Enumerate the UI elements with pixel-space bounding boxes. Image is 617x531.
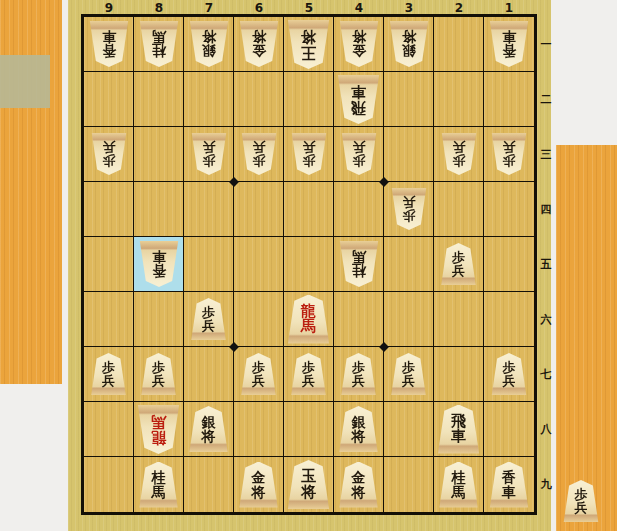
square-3-2[interactable] (384, 72, 434, 127)
piece-kanji: 歩 (302, 361, 315, 374)
square-8-5[interactable]: 香車 (134, 237, 184, 292)
square-4-6[interactable] (334, 292, 384, 347)
square-3-1[interactable]: 銀将 (384, 17, 434, 72)
piece-kanji: 香 (502, 470, 516, 484)
piece-kanji: 兵 (352, 374, 365, 387)
square-5-4[interactable] (284, 182, 334, 237)
sente-hand-tray[interactable] (556, 145, 617, 531)
square-1-2[interactable] (484, 72, 534, 127)
piece-kanji: 兵 (202, 141, 215, 154)
square-8-6[interactable] (134, 292, 184, 347)
square-1-4[interactable] (484, 182, 534, 237)
piece-kanji: 歩 (452, 251, 465, 264)
sente-gold[interactable]: 金将 (339, 462, 379, 508)
piece-kanji: 桂 (452, 470, 466, 484)
piece-kanji: 香 (502, 44, 516, 58)
sente-pawn[interactable]: 歩兵 (241, 353, 277, 395)
gote-rook[interactable]: 飛車 (337, 75, 380, 124)
square-7-5[interactable] (184, 237, 234, 292)
sente-knight[interactable]: 桂馬 (139, 462, 179, 508)
piece-kanji: 歩 (503, 361, 516, 374)
piece-kanji: 歩 (352, 154, 365, 167)
piece-kanji: 歩 (352, 361, 365, 374)
square-9-9[interactable] (84, 457, 134, 512)
square-7-9[interactable] (184, 457, 234, 512)
piece-kanji: 香 (152, 264, 166, 278)
square-5-7[interactable]: 歩兵 (284, 347, 334, 402)
gote-pawn[interactable]: 歩兵 (341, 133, 377, 175)
piece-kanji: 将 (352, 429, 366, 443)
square-4-3[interactable]: 歩兵 (334, 127, 384, 182)
square-1-7[interactable]: 歩兵 (484, 347, 534, 402)
gote-gold[interactable]: 金将 (239, 21, 279, 67)
sente-pawn[interactable]: 歩兵 (141, 353, 177, 395)
square-6-1[interactable]: 金将 (234, 17, 284, 72)
piece-kanji: 歩 (102, 361, 115, 374)
square-9-2[interactable] (84, 72, 134, 127)
square-9-7[interactable]: 歩兵 (84, 347, 134, 402)
square-9-8[interactable] (84, 402, 134, 457)
piece-kanji: 桂 (352, 264, 366, 278)
square-5-1[interactable]: 王将 (284, 17, 334, 72)
gote-hand-tray[interactable] (0, 0, 62, 384)
piece-kanji: 兵 (152, 374, 165, 387)
square-4-4[interactable] (334, 182, 384, 237)
sente-silver[interactable]: 銀将 (189, 406, 229, 452)
gote-pawn[interactable]: 歩兵 (291, 133, 327, 175)
file-label-7: 7 (184, 1, 234, 15)
piece-kanji: 車 (152, 250, 166, 264)
piece-kanji: 車 (451, 429, 466, 444)
square-7-1[interactable]: 銀将 (184, 17, 234, 72)
piece-kanji: 兵 (402, 196, 415, 209)
sente-lance[interactable]: 香車 (489, 462, 529, 508)
square-5-3[interactable]: 歩兵 (284, 127, 334, 182)
piece-kanji: 将 (301, 485, 316, 500)
square-2-2[interactable] (434, 72, 484, 127)
piece-kanji: 兵 (302, 141, 315, 154)
piece-kanji: 銀 (202, 415, 216, 429)
gote-silver[interactable]: 銀将 (389, 21, 429, 67)
square-6-4[interactable] (234, 182, 284, 237)
piece-kanji: 将 (352, 485, 366, 499)
rank-label-1: 一 (538, 17, 554, 72)
piece-kanji: 歩 (503, 154, 516, 167)
piece-kanji: 将 (402, 30, 416, 44)
square-8-9[interactable]: 桂馬 (134, 457, 184, 512)
rank-label-9: 九 (538, 457, 554, 512)
square-1-5[interactable] (484, 237, 534, 292)
square-2-4[interactable] (434, 182, 484, 237)
shogi-board: 香車桂馬銀将金将王将金将銀将香車飛車歩兵歩兵歩兵歩兵歩兵歩兵歩兵歩兵香車桂馬歩兵… (81, 14, 537, 515)
square-7-6[interactable]: 歩兵 (184, 292, 234, 347)
square-9-4[interactable] (84, 182, 134, 237)
piece-kanji: 歩 (152, 361, 165, 374)
gote-king[interactable]: 王将 (287, 20, 330, 69)
square-3-3[interactable] (384, 127, 434, 182)
piece-kanji: 将 (301, 29, 316, 44)
piece-kanji: 歩 (302, 154, 315, 167)
piece-kanji: 金 (352, 470, 366, 484)
piece-kanji: 歩 (402, 361, 415, 374)
sente-knight[interactable]: 桂馬 (439, 462, 479, 508)
square-2-5[interactable]: 歩兵 (434, 237, 484, 292)
gote-pawn[interactable]: 歩兵 (241, 133, 277, 175)
piece-kanji: 金 (252, 44, 266, 58)
gote-gold[interactable]: 金将 (339, 21, 379, 67)
square-8-2[interactable] (134, 72, 184, 127)
square-6-2[interactable] (234, 72, 284, 127)
piece-kanji: 車 (102, 30, 116, 44)
piece-kanji: 歩 (252, 361, 265, 374)
square-5-5[interactable] (284, 237, 334, 292)
gote-pawn[interactable]: 歩兵 (191, 133, 227, 175)
sente-pawn[interactable]: 歩兵 (91, 353, 127, 395)
piece-kanji: 将 (252, 485, 266, 499)
gote-knight[interactable]: 桂馬 (339, 241, 379, 287)
piece-kanji: 兵 (252, 141, 265, 154)
square-8-4[interactable] (134, 182, 184, 237)
piece-kanji: 将 (202, 429, 216, 443)
square-2-1[interactable] (434, 17, 484, 72)
rank-label-2: 二 (538, 72, 554, 127)
piece-kanji: 歩 (252, 154, 265, 167)
square-1-3[interactable]: 歩兵 (484, 127, 534, 182)
gote-pawn[interactable]: 歩兵 (91, 133, 127, 175)
rank-label-7: 七 (538, 347, 554, 402)
piece-kanji: 桂 (152, 44, 166, 58)
piece-kanji: 将 (252, 30, 266, 44)
square-5-2[interactable] (284, 72, 334, 127)
shogi-app: 香車桂馬銀将金将王将金将銀将香車飛車歩兵歩兵歩兵歩兵歩兵歩兵歩兵歩兵香車桂馬歩兵… (0, 0, 617, 531)
square-9-1[interactable]: 香車 (84, 17, 134, 72)
gote-lance[interactable]: 香車 (489, 21, 529, 67)
piece-kanji: 馬 (452, 485, 466, 499)
piece-kanji: 兵 (352, 141, 365, 154)
piece-kanji: 車 (502, 30, 516, 44)
square-1-8[interactable] (484, 402, 534, 457)
square-4-7[interactable]: 歩兵 (334, 347, 384, 402)
rank-label-4: 四 (538, 182, 554, 237)
square-3-9[interactable] (384, 457, 434, 512)
rank-label-6: 六 (538, 292, 554, 347)
gote-knight[interactable]: 桂馬 (139, 21, 179, 67)
piece-kanji: 歩 (402, 209, 415, 222)
file-label-1: 1 (484, 1, 534, 15)
square-9-3[interactable]: 歩兵 (84, 127, 134, 182)
piece-kanji: 兵 (402, 374, 415, 387)
piece-kanji: 歩 (202, 154, 215, 167)
piece-kanji: 兵 (503, 374, 516, 387)
piece-kanji: 馬 (152, 485, 166, 499)
gote-pawn[interactable]: 歩兵 (441, 133, 477, 175)
sente-pawn[interactable]: 歩兵 (441, 243, 477, 285)
piece-kanji: 車 (351, 84, 366, 99)
sente-pawn[interactable]: 歩兵 (563, 480, 599, 522)
rank-label-3: 三 (538, 127, 554, 182)
piece-kanji: 龍 (151, 429, 166, 444)
file-label-6: 6 (234, 1, 284, 15)
sente-silver[interactable]: 銀将 (339, 406, 379, 452)
square-7-4[interactable] (184, 182, 234, 237)
gote-pawn[interactable]: 歩兵 (391, 188, 427, 230)
gote-promoted-bishop[interactable]: 龍馬 (137, 405, 180, 454)
file-label-5: 5 (284, 1, 334, 15)
square-6-3[interactable]: 歩兵 (234, 127, 284, 182)
piece-kanji: 兵 (575, 501, 588, 514)
square-9-5[interactable] (84, 237, 134, 292)
piece-kanji: 金 (352, 44, 366, 58)
rank-label-8: 八 (538, 402, 554, 457)
square-4-8[interactable]: 銀将 (334, 402, 384, 457)
piece-kanji: 馬 (352, 250, 366, 264)
file-label-9: 9 (84, 1, 134, 15)
piece-kanji: 馬 (152, 30, 166, 44)
piece-kanji: 馬 (301, 319, 316, 334)
piece-kanji: 歩 (575, 488, 588, 501)
gote-lance[interactable]: 香車 (139, 241, 179, 287)
sente-hand-pieces: 歩兵 (563, 480, 599, 522)
square-8-7[interactable]: 歩兵 (134, 347, 184, 402)
piece-kanji: 香 (102, 44, 116, 58)
sente-pawn[interactable]: 歩兵 (191, 298, 227, 340)
piece-kanji: 兵 (102, 374, 115, 387)
piece-kanji: 銀 (352, 415, 366, 429)
rank-label-5: 五 (538, 237, 554, 292)
square-5-9[interactable]: 玉将 (284, 457, 334, 512)
piece-kanji: 兵 (252, 374, 265, 387)
square-2-7[interactable] (434, 347, 484, 402)
piece-kanji: 桂 (152, 470, 166, 484)
square-7-7[interactable] (184, 347, 234, 402)
square-2-9[interactable]: 桂馬 (434, 457, 484, 512)
square-9-6[interactable] (84, 292, 134, 347)
square-7-2[interactable] (184, 72, 234, 127)
square-4-1[interactable]: 金将 (334, 17, 384, 72)
gote-pawn[interactable]: 歩兵 (491, 133, 527, 175)
piece-kanji: 飛 (351, 99, 366, 114)
piece-kanji: 銀 (402, 44, 416, 58)
square-3-5[interactable] (384, 237, 434, 292)
square-3-7[interactable]: 歩兵 (384, 347, 434, 402)
file-label-4: 4 (334, 1, 384, 15)
gote-hand-highlight-slot (0, 55, 50, 108)
piece-kanji: 歩 (202, 306, 215, 319)
file-label-2: 2 (434, 1, 484, 15)
square-4-5[interactable]: 桂馬 (334, 237, 384, 292)
square-4-9[interactable]: 金将 (334, 457, 384, 512)
piece-kanji: 兵 (452, 264, 465, 277)
piece-kanji: 兵 (302, 374, 315, 387)
square-2-8[interactable]: 飛車 (434, 402, 484, 457)
square-6-8[interactable] (234, 402, 284, 457)
piece-kanji: 銀 (202, 44, 216, 58)
square-6-6[interactable] (234, 292, 284, 347)
piece-kanji: 将 (202, 30, 216, 44)
square-3-8[interactable] (384, 402, 434, 457)
square-6-9[interactable]: 金将 (234, 457, 284, 512)
square-6-7[interactable]: 歩兵 (234, 347, 284, 402)
piece-kanji: 兵 (102, 141, 115, 154)
sente-rook[interactable]: 飛車 (437, 405, 480, 454)
square-2-3[interactable]: 歩兵 (434, 127, 484, 182)
square-3-6[interactable] (384, 292, 434, 347)
square-8-3[interactable] (134, 127, 184, 182)
gote-silver[interactable]: 銀将 (189, 21, 229, 67)
piece-kanji: 金 (252, 470, 266, 484)
piece-kanji: 歩 (102, 154, 115, 167)
square-7-8[interactable]: 銀将 (184, 402, 234, 457)
file-label-8: 8 (134, 1, 184, 15)
square-1-9[interactable]: 香車 (484, 457, 534, 512)
piece-kanji: 馬 (151, 414, 166, 429)
square-6-5[interactable] (234, 237, 284, 292)
square-8-1[interactable]: 桂馬 (134, 17, 184, 72)
piece-kanji: 兵 (202, 319, 215, 332)
square-5-6[interactable]: 龍馬 (284, 292, 334, 347)
square-5-8[interactable] (284, 402, 334, 457)
square-2-6[interactable] (434, 292, 484, 347)
file-label-3: 3 (384, 1, 434, 15)
piece-kanji: 車 (502, 485, 516, 499)
piece-kanji: 王 (301, 44, 316, 59)
sente-gold[interactable]: 金将 (239, 462, 279, 508)
square-1-6[interactable] (484, 292, 534, 347)
piece-kanji: 兵 (503, 141, 516, 154)
sente-pawn[interactable]: 歩兵 (491, 353, 527, 395)
square-1-1[interactable]: 香車 (484, 17, 534, 72)
sente-pawn[interactable]: 歩兵 (291, 353, 327, 395)
sente-pawn[interactable]: 歩兵 (341, 353, 377, 395)
square-3-4[interactable]: 歩兵 (384, 182, 434, 237)
sente-pawn[interactable]: 歩兵 (391, 353, 427, 395)
piece-kanji: 歩 (452, 154, 465, 167)
sente-promoted-bishop[interactable]: 龍馬 (287, 295, 330, 344)
piece-kanji: 将 (352, 30, 366, 44)
sente-king[interactable]: 玉将 (287, 460, 330, 509)
square-4-2[interactable]: 飛車 (334, 72, 384, 127)
piece-kanji: 兵 (452, 141, 465, 154)
square-7-3[interactable]: 歩兵 (184, 127, 234, 182)
gote-lance[interactable]: 香車 (89, 21, 129, 67)
square-8-8[interactable]: 龍馬 (134, 402, 184, 457)
